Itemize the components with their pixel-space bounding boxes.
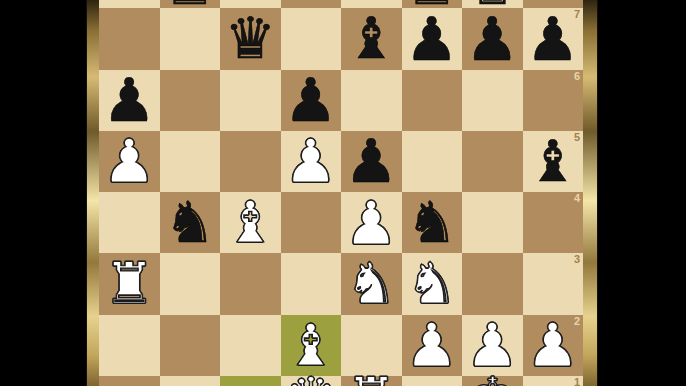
rank-label-3: 3 (574, 254, 580, 265)
white-pawn[interactable]: ♟ (405, 315, 459, 375)
square-h2[interactable]: ♟2 (523, 315, 584, 376)
square-c5[interactable] (220, 131, 281, 192)
square-d7[interactable] (281, 8, 342, 69)
square-d5[interactable]: ♟ (281, 131, 342, 192)
board-frame-left (86, 0, 100, 386)
rank-label-5: 5 (574, 132, 580, 143)
square-e7[interactable]: ♝ (341, 8, 402, 69)
square-g3[interactable] (462, 253, 523, 314)
white-pawn[interactable]: ♟ (284, 131, 338, 191)
square-f5[interactable] (402, 131, 463, 192)
square-g4[interactable] (462, 192, 523, 253)
square-g5[interactable] (462, 131, 523, 192)
black-pawn[interactable]: ♟ (405, 9, 459, 69)
square-f6[interactable] (402, 70, 463, 131)
square-e1[interactable]: ♜ (341, 376, 402, 386)
black-pawn[interactable]: ♟ (344, 131, 398, 191)
rank-label-1: 1 (574, 377, 580, 386)
white-king[interactable]: ♚ (467, 370, 518, 386)
square-b3[interactable] (160, 253, 221, 314)
video-frame: ♜♜♚♛♝♟♟♟7♟♟6♟♟♟♝5♞♝♟♞4♜♞♞3♝♟♟♟2♛♜♚1 (0, 0, 686, 386)
white-pawn[interactable]: ♟ (102, 131, 156, 191)
rank-label-7: 7 (574, 9, 580, 20)
square-h5[interactable]: ♝5 (523, 131, 584, 192)
square-f2[interactable]: ♟ (402, 315, 463, 376)
square-g1[interactable]: ♚ (462, 376, 523, 386)
white-bishop[interactable]: ♝ (225, 194, 276, 251)
square-b5[interactable] (160, 131, 221, 192)
square-a7[interactable] (99, 8, 160, 69)
square-d3[interactable] (281, 253, 342, 314)
square-b7[interactable] (160, 8, 221, 69)
white-knight[interactable]: ♞ (346, 255, 397, 312)
square-b6[interactable] (160, 70, 221, 131)
square-a1[interactable] (99, 376, 160, 386)
white-rook[interactable]: ♜ (346, 370, 397, 386)
square-c4[interactable]: ♝ (220, 192, 281, 253)
square-c6[interactable] (220, 70, 281, 131)
white-queen[interactable]: ♛ (285, 370, 336, 386)
black-knight[interactable]: ♞ (406, 194, 457, 251)
square-d6[interactable]: ♟ (281, 70, 342, 131)
square-a2[interactable] (99, 315, 160, 376)
square-f4[interactable]: ♞ (402, 192, 463, 253)
square-a4[interactable] (99, 192, 160, 253)
square-f7[interactable]: ♟ (402, 8, 463, 69)
white-knight[interactable]: ♞ (406, 255, 457, 312)
square-d4[interactable] (281, 192, 342, 253)
square-g7[interactable]: ♟ (462, 8, 523, 69)
square-a8[interactable] (99, 0, 160, 8)
black-knight[interactable]: ♞ (164, 194, 215, 251)
square-h7[interactable]: ♟7 (523, 8, 584, 69)
board-frame-right (583, 0, 598, 386)
square-d8[interactable] (281, 0, 342, 8)
square-c7[interactable]: ♛ (220, 8, 281, 69)
square-e3[interactable]: ♞ (341, 253, 402, 314)
square-h3[interactable]: 3 (523, 253, 584, 314)
square-a6[interactable]: ♟ (99, 70, 160, 131)
square-c2[interactable] (220, 315, 281, 376)
square-c1[interactable] (220, 376, 281, 386)
chess-board: ♜♜♚♛♝♟♟♟7♟♟6♟♟♟♝5♞♝♟♞4♜♞♞3♝♟♟♟2♛♜♚1 (99, 0, 583, 386)
square-e4[interactable]: ♟ (341, 192, 402, 253)
rank-label-2: 2 (574, 316, 580, 327)
square-d1[interactable]: ♛ (281, 376, 342, 386)
white-pawn[interactable]: ♟ (526, 315, 580, 375)
square-b2[interactable] (160, 315, 221, 376)
rank-label-4: 4 (574, 193, 580, 204)
square-c3[interactable] (220, 253, 281, 314)
black-pawn[interactable]: ♟ (284, 70, 338, 130)
square-e5[interactable]: ♟ (341, 131, 402, 192)
square-h6[interactable]: 6 (523, 70, 584, 131)
black-bishop[interactable]: ♝ (527, 133, 578, 190)
square-f1[interactable] (402, 376, 463, 386)
square-a5[interactable]: ♟ (99, 131, 160, 192)
square-a3[interactable]: ♜ (99, 253, 160, 314)
square-g6[interactable] (462, 70, 523, 131)
square-h1[interactable]: 1 (523, 376, 584, 386)
square-e6[interactable] (341, 70, 402, 131)
square-b8[interactable]: ♜ (160, 0, 221, 8)
black-bishop[interactable]: ♝ (346, 10, 397, 67)
white-rook[interactable]: ♜ (104, 255, 155, 312)
square-b1[interactable] (160, 376, 221, 386)
rank-label-6: 6 (574, 71, 580, 82)
white-pawn[interactable]: ♟ (344, 193, 398, 253)
black-pawn[interactable]: ♟ (526, 9, 580, 69)
square-b4[interactable]: ♞ (160, 192, 221, 253)
square-h4[interactable]: 4 (523, 192, 584, 253)
black-pawn[interactable]: ♟ (102, 70, 156, 130)
black-queen[interactable]: ♛ (225, 10, 276, 67)
square-f3[interactable]: ♞ (402, 253, 463, 314)
black-pawn[interactable]: ♟ (465, 9, 519, 69)
